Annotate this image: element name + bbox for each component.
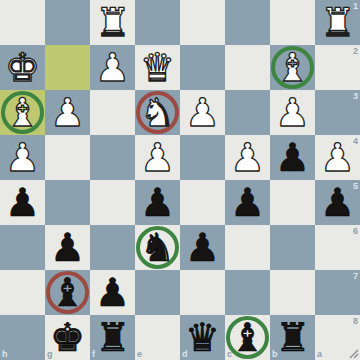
black-rook[interactable]: ♜	[270, 315, 315, 360]
square-h4[interactable]: ♟	[0, 135, 45, 180]
square-g6[interactable]: ♟	[45, 225, 90, 270]
square-d3[interactable]: ♟	[180, 90, 225, 135]
square-d8[interactable]: ♛d	[180, 315, 225, 360]
rank-label-7: 7	[353, 271, 358, 281]
black-pawn[interactable]: ♟	[135, 180, 180, 225]
square-b1[interactable]	[270, 0, 315, 45]
square-e2[interactable]: ♛	[135, 45, 180, 90]
square-d5[interactable]	[180, 180, 225, 225]
square-a4[interactable]: ♟4	[315, 135, 360, 180]
white-rook[interactable]: ♜	[315, 0, 360, 45]
square-b4[interactable]: ♟	[270, 135, 315, 180]
square-b7[interactable]	[270, 270, 315, 315]
black-pawn[interactable]: ♟	[90, 270, 135, 315]
rank-label-8: 8	[353, 316, 358, 326]
white-king[interactable]: ♚	[0, 45, 45, 90]
white-bishop[interactable]: ♝	[270, 45, 315, 90]
square-g3[interactable]: ♟	[45, 90, 90, 135]
square-d1[interactable]	[180, 0, 225, 45]
square-e5[interactable]: ♟	[135, 180, 180, 225]
square-f6[interactable]	[90, 225, 135, 270]
square-e7[interactable]	[135, 270, 180, 315]
white-pawn[interactable]: ♟	[270, 90, 315, 135]
square-a7[interactable]: 7	[315, 270, 360, 315]
square-f4[interactable]	[90, 135, 135, 180]
square-a5[interactable]: ♟5	[315, 180, 360, 225]
black-pawn[interactable]: ♟	[180, 225, 225, 270]
white-rook[interactable]: ♜	[90, 0, 135, 45]
square-h7[interactable]	[0, 270, 45, 315]
square-f8[interactable]: ♜f	[90, 315, 135, 360]
file-label-e: e	[137, 349, 142, 359]
square-b6[interactable]	[270, 225, 315, 270]
square-h6[interactable]	[0, 225, 45, 270]
rank-label-6: 6	[353, 226, 358, 236]
white-pawn[interactable]: ♟	[180, 90, 225, 135]
square-d2[interactable]	[180, 45, 225, 90]
square-d7[interactable]	[180, 270, 225, 315]
square-a3[interactable]: 3	[315, 90, 360, 135]
square-b5[interactable]	[270, 180, 315, 225]
square-f7[interactable]: ♟	[90, 270, 135, 315]
square-e3[interactable]: ♞	[135, 90, 180, 135]
square-h1[interactable]	[0, 0, 45, 45]
square-d6[interactable]: ♟	[180, 225, 225, 270]
square-c5[interactable]: ♟	[225, 180, 270, 225]
black-rook[interactable]: ♜	[90, 315, 135, 360]
black-knight[interactable]: ♞	[135, 225, 180, 270]
square-c2[interactable]	[225, 45, 270, 90]
square-h2[interactable]: ♚	[0, 45, 45, 90]
square-d4[interactable]	[180, 135, 225, 180]
square-e8[interactable]: e	[135, 315, 180, 360]
square-h8[interactable]: h	[0, 315, 45, 360]
black-pawn[interactable]: ♟	[0, 180, 45, 225]
board-resize-handle[interactable]	[347, 347, 359, 359]
square-f3[interactable]	[90, 90, 135, 135]
square-g8[interactable]: ♚g	[45, 315, 90, 360]
file-label-a: a	[317, 349, 322, 359]
square-c6[interactable]	[225, 225, 270, 270]
board-grid: ♜♜1♚♟♛♝2♝♟♞♟♟3♟♟♟♟♟4♟♟♟♟5♟♞♟6♝♟7h♚g♜fe♛d…	[0, 0, 360, 360]
white-pawn[interactable]: ♟	[225, 135, 270, 180]
square-g4[interactable]	[45, 135, 90, 180]
black-pawn[interactable]: ♟	[315, 180, 360, 225]
black-bishop[interactable]: ♝	[45, 270, 90, 315]
black-pawn[interactable]: ♟	[270, 135, 315, 180]
square-e1[interactable]	[135, 0, 180, 45]
square-c4[interactable]: ♟	[225, 135, 270, 180]
square-g5[interactable]	[45, 180, 90, 225]
white-bishop[interactable]: ♝	[0, 90, 45, 135]
black-king[interactable]: ♚	[45, 315, 90, 360]
white-pawn[interactable]: ♟	[45, 90, 90, 135]
file-label-h: h	[2, 349, 8, 359]
square-f5[interactable]	[90, 180, 135, 225]
rank-label-2: 2	[353, 46, 358, 56]
rank-label-3: 3	[353, 91, 358, 101]
black-queen[interactable]: ♛	[180, 315, 225, 360]
white-pawn[interactable]: ♟	[135, 135, 180, 180]
square-g7[interactable]: ♝	[45, 270, 90, 315]
square-c7[interactable]	[225, 270, 270, 315]
square-g1[interactable]	[45, 0, 90, 45]
white-queen[interactable]: ♛	[135, 45, 180, 90]
square-a2[interactable]: 2	[315, 45, 360, 90]
square-g2[interactable]	[45, 45, 90, 90]
square-e6[interactable]: ♞	[135, 225, 180, 270]
white-pawn[interactable]: ♟	[90, 45, 135, 90]
square-c1[interactable]	[225, 0, 270, 45]
square-c8[interactable]: ♝c	[225, 315, 270, 360]
square-c3[interactable]	[225, 90, 270, 135]
black-pawn[interactable]: ♟	[225, 180, 270, 225]
black-bishop[interactable]: ♝	[225, 315, 270, 360]
square-f2[interactable]: ♟	[90, 45, 135, 90]
white-pawn[interactable]: ♟	[0, 135, 45, 180]
square-b8[interactable]: ♜b	[270, 315, 315, 360]
chess-board: ♜♜1♚♟♛♝2♝♟♞♟♟3♟♟♟♟♟4♟♟♟♟5♟♞♟6♝♟7h♚g♜fe♛d…	[0, 0, 360, 360]
square-f1[interactable]: ♜	[90, 0, 135, 45]
square-h3[interactable]: ♝	[0, 90, 45, 135]
square-e4[interactable]: ♟	[135, 135, 180, 180]
square-b3[interactable]: ♟	[270, 90, 315, 135]
square-a1[interactable]: ♜1	[315, 0, 360, 45]
square-b2[interactable]: ♝	[270, 45, 315, 90]
square-h5[interactable]: ♟	[0, 180, 45, 225]
white-pawn[interactable]: ♟	[315, 135, 360, 180]
black-pawn[interactable]: ♟	[45, 225, 90, 270]
white-knight[interactable]: ♞	[135, 90, 180, 135]
square-a6[interactable]: 6	[315, 225, 360, 270]
